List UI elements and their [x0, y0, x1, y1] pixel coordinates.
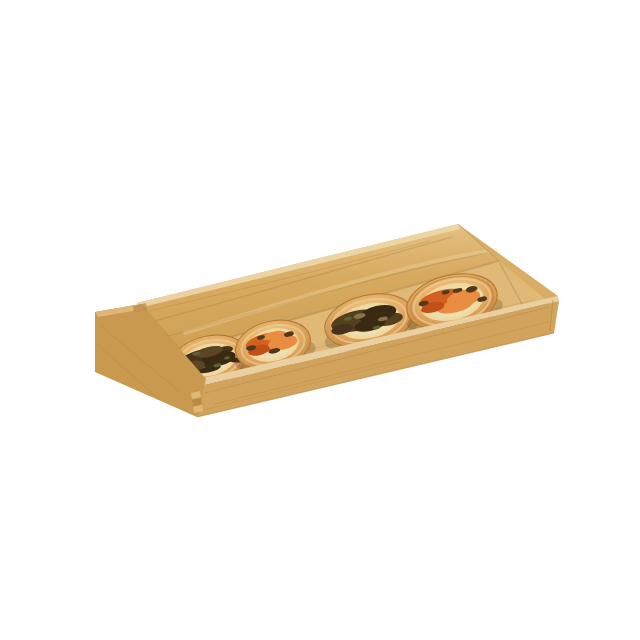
product-photo — [0, 0, 640, 640]
